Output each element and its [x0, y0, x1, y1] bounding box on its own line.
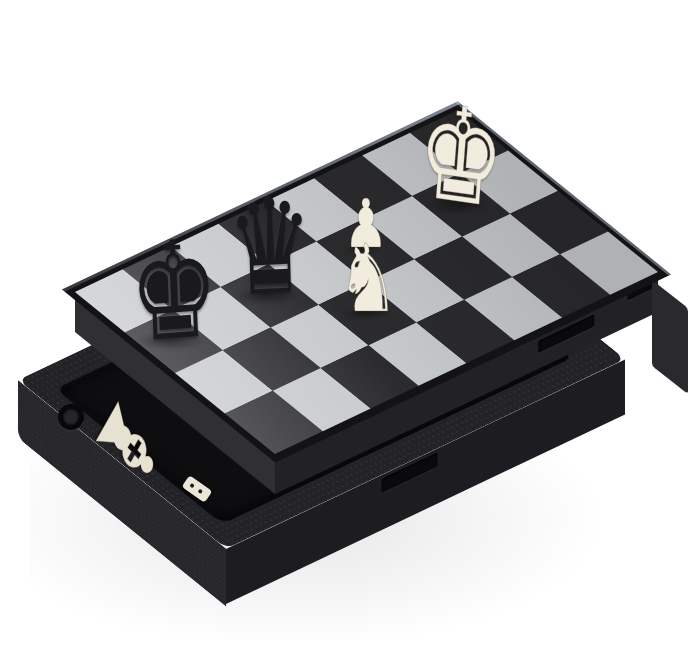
black-queen-on-c7[interactable]: ♛ [225, 180, 314, 315]
white-king-on-g7[interactable]: ♚ [413, 85, 509, 227]
chess-set-photo: ♝ ♚♟♛♞♚ [0, 0, 690, 650]
hinge-knuckle [652, 280, 688, 394]
white-knight-on-d6[interactable]: ♞ [337, 232, 399, 326]
black-king-on-a7[interactable]: ♚ [127, 220, 221, 361]
